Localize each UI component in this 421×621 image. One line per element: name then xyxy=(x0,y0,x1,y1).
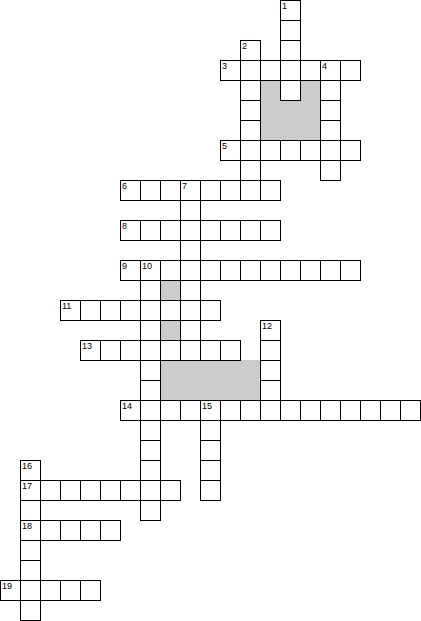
answer-cell[interactable] xyxy=(160,300,181,321)
answer-cell[interactable] xyxy=(320,120,341,141)
answer-cell[interactable] xyxy=(200,220,221,241)
answer-cell[interactable] xyxy=(80,520,101,541)
answer-cell[interactable] xyxy=(280,60,301,81)
clue-number: 6 xyxy=(122,181,127,191)
clue-number: 11 xyxy=(62,301,71,311)
answer-cell[interactable] xyxy=(240,220,261,241)
shaded-cell xyxy=(220,360,241,381)
answer-cell[interactable] xyxy=(160,480,181,501)
crossword-page: 12345678910111213141516171819 xyxy=(0,0,421,621)
shaded-cell xyxy=(240,380,261,401)
answer-cell[interactable] xyxy=(280,400,301,421)
answer-cell[interactable]: 11 xyxy=(60,300,81,321)
shaded-cell xyxy=(300,80,321,101)
answer-cell[interactable] xyxy=(120,340,141,361)
answer-cell[interactable] xyxy=(200,300,221,321)
answer-cell[interactable] xyxy=(140,480,161,501)
answer-cell[interactable] xyxy=(320,260,341,281)
answer-cell[interactable] xyxy=(220,340,241,361)
answer-cell[interactable] xyxy=(380,400,401,421)
answer-cell[interactable] xyxy=(80,580,101,601)
answer-cell[interactable] xyxy=(300,140,321,161)
answer-cell[interactable]: 6 xyxy=(120,180,141,201)
answer-cell[interactable] xyxy=(240,100,261,121)
answer-cell[interactable] xyxy=(60,520,81,541)
answer-cell[interactable] xyxy=(140,400,161,421)
clue-number: 1 xyxy=(282,1,287,11)
answer-cell[interactable]: 7 xyxy=(180,180,201,201)
answer-cell[interactable]: 12 xyxy=(260,320,281,341)
answer-cell[interactable] xyxy=(100,520,121,541)
answer-cell[interactable]: 8 xyxy=(120,220,141,241)
answer-cell[interactable]: 16 xyxy=(20,460,41,481)
answer-cell[interactable] xyxy=(240,60,261,81)
answer-cell[interactable] xyxy=(80,300,101,321)
answer-cell[interactable] xyxy=(140,220,161,241)
clue-number: 18 xyxy=(22,521,32,531)
clue-number: 9 xyxy=(122,261,127,271)
answer-cell[interactable] xyxy=(260,360,281,381)
shaded-cell xyxy=(180,360,201,381)
shaded-cell xyxy=(260,80,281,101)
answer-cell[interactable] xyxy=(320,160,341,181)
answer-cell[interactable] xyxy=(200,260,221,281)
answer-cell[interactable] xyxy=(300,60,321,81)
answer-cell[interactable] xyxy=(160,260,181,281)
answer-cell[interactable] xyxy=(140,320,161,341)
answer-cell[interactable] xyxy=(180,320,201,341)
answer-cell[interactable] xyxy=(340,260,361,281)
answer-cell[interactable] xyxy=(260,340,281,361)
answer-cell[interactable] xyxy=(140,460,161,481)
clue-number: 16 xyxy=(22,461,32,471)
clue-number: 3 xyxy=(222,61,227,71)
answer-cell[interactable] xyxy=(200,420,221,441)
answer-cell[interactable]: 10 xyxy=(140,260,161,281)
answer-cell[interactable] xyxy=(40,480,61,501)
answer-cell[interactable] xyxy=(140,300,161,321)
answer-cell[interactable] xyxy=(220,400,241,421)
answer-cell[interactable] xyxy=(200,180,221,201)
answer-cell[interactable] xyxy=(140,380,161,401)
answer-cell[interactable] xyxy=(180,240,201,261)
answer-cell[interactable] xyxy=(360,400,381,421)
answer-cell[interactable] xyxy=(240,80,261,101)
answer-cell[interactable] xyxy=(180,340,201,361)
clue-number: 14 xyxy=(122,401,132,411)
answer-cell[interactable] xyxy=(280,140,301,161)
answer-cell[interactable]: 9 xyxy=(120,260,141,281)
answer-cell[interactable] xyxy=(300,260,321,281)
answer-cell[interactable] xyxy=(140,340,161,361)
answer-cell[interactable] xyxy=(240,260,261,281)
answer-cell[interactable] xyxy=(20,580,41,601)
answer-cell[interactable] xyxy=(280,260,301,281)
shaded-cell xyxy=(300,100,321,121)
answer-cell[interactable] xyxy=(200,440,221,461)
answer-cell[interactable] xyxy=(100,300,121,321)
clue-number: 12 xyxy=(262,321,272,331)
answer-cell[interactable] xyxy=(160,180,181,201)
answer-cell[interactable] xyxy=(260,260,281,281)
answer-cell[interactable]: 4 xyxy=(320,60,341,81)
answer-cell[interactable] xyxy=(220,260,241,281)
shaded-cell xyxy=(280,100,301,121)
answer-cell[interactable] xyxy=(60,480,81,501)
clue-number: 5 xyxy=(222,141,227,151)
answer-cell[interactable] xyxy=(20,540,41,561)
answer-cell[interactable] xyxy=(200,340,221,361)
answer-cell[interactable] xyxy=(140,180,161,201)
answer-cell[interactable] xyxy=(280,20,301,41)
answer-cell[interactable] xyxy=(120,300,141,321)
answer-cell[interactable] xyxy=(340,400,361,421)
answer-cell[interactable] xyxy=(180,280,201,301)
answer-cell[interactable] xyxy=(140,360,161,381)
answer-cell[interactable] xyxy=(100,340,121,361)
answer-cell[interactable] xyxy=(200,460,221,481)
clue-number: 19 xyxy=(2,581,12,591)
clue-number: 4 xyxy=(322,61,327,71)
answer-cell[interactable] xyxy=(20,560,41,581)
answer-cell[interactable] xyxy=(240,400,261,421)
shaded-cell xyxy=(260,120,281,141)
answer-cell[interactable]: 3 xyxy=(220,60,241,81)
shaded-cell xyxy=(220,380,241,401)
answer-cell[interactable]: 1 xyxy=(280,0,301,21)
answer-cell[interactable]: 2 xyxy=(240,40,261,61)
answer-cell[interactable] xyxy=(280,80,301,101)
shaded-cell xyxy=(240,360,261,381)
answer-cell[interactable] xyxy=(320,140,341,161)
answer-cell[interactable] xyxy=(160,400,181,421)
clue-number: 8 xyxy=(122,221,127,231)
answer-cell[interactable] xyxy=(260,60,281,81)
answer-cell[interactable]: 18 xyxy=(20,520,41,541)
answer-cell[interactable] xyxy=(100,480,121,501)
answer-cell[interactable] xyxy=(40,520,61,541)
answer-cell[interactable] xyxy=(200,480,221,501)
clue-number: 15 xyxy=(202,401,212,411)
clue-number: 7 xyxy=(182,181,187,191)
answer-cell[interactable] xyxy=(240,160,261,181)
answer-cell[interactable] xyxy=(240,140,261,161)
answer-cell[interactable]: 17 xyxy=(20,480,41,501)
answer-cell[interactable]: 13 xyxy=(80,340,101,361)
clue-number: 17 xyxy=(22,481,32,491)
answer-cell[interactable] xyxy=(180,220,201,241)
answer-cell[interactable] xyxy=(280,40,301,61)
shaded-cell xyxy=(280,120,301,141)
answer-cell[interactable] xyxy=(240,180,261,201)
shaded-cell xyxy=(200,380,221,401)
answer-cell[interactable] xyxy=(160,220,181,241)
shaded-cell xyxy=(160,380,181,401)
answer-cell[interactable] xyxy=(120,480,141,501)
answer-cell[interactable] xyxy=(260,220,281,241)
answer-cell[interactable] xyxy=(140,420,161,441)
answer-cell[interactable] xyxy=(340,60,361,81)
shaded-cell xyxy=(160,360,181,381)
shaded-cell xyxy=(260,100,281,121)
answer-cell[interactable] xyxy=(260,180,281,201)
answer-cell[interactable] xyxy=(20,600,41,621)
crossword-board: 12345678910111213141516171819 xyxy=(0,0,421,621)
answer-cell[interactable] xyxy=(180,200,201,221)
answer-cell[interactable]: 14 xyxy=(120,400,141,421)
answer-cell[interactable] xyxy=(320,100,341,121)
answer-cell[interactable] xyxy=(260,380,281,401)
answer-cell[interactable] xyxy=(320,80,341,101)
answer-cell[interactable] xyxy=(160,340,181,361)
answer-cell[interactable] xyxy=(220,180,241,201)
answer-cell[interactable] xyxy=(240,120,261,141)
answer-cell[interactable] xyxy=(180,400,201,421)
shaded-cell xyxy=(180,380,201,401)
shaded-cell xyxy=(300,120,321,141)
answer-cell[interactable] xyxy=(40,580,61,601)
shaded-cell xyxy=(200,360,221,381)
answer-cell[interactable] xyxy=(300,400,321,421)
clue-number: 2 xyxy=(242,41,247,51)
answer-cell[interactable] xyxy=(400,400,421,421)
answer-cell[interactable]: 15 xyxy=(200,400,221,421)
answer-cell[interactable] xyxy=(340,140,361,161)
answer-cell[interactable] xyxy=(260,140,281,161)
shaded-cell xyxy=(160,280,181,301)
answer-cell[interactable] xyxy=(60,580,81,601)
answer-cell[interactable] xyxy=(180,300,201,321)
answer-cell[interactable] xyxy=(180,260,201,281)
answer-cell[interactable] xyxy=(20,500,41,521)
clue-number: 13 xyxy=(82,341,92,351)
shaded-cell xyxy=(160,320,181,341)
answer-cell[interactable]: 19 xyxy=(0,580,21,601)
clue-number: 10 xyxy=(142,261,152,271)
answer-cell[interactable] xyxy=(320,400,341,421)
answer-cell[interactable] xyxy=(140,500,161,521)
answer-cell[interactable]: 5 xyxy=(220,140,241,161)
answer-cell[interactable] xyxy=(140,440,161,461)
answer-cell[interactable] xyxy=(220,220,241,241)
answer-cell[interactable] xyxy=(80,480,101,501)
answer-cell[interactable] xyxy=(140,280,161,301)
answer-cell[interactable] xyxy=(260,400,281,421)
